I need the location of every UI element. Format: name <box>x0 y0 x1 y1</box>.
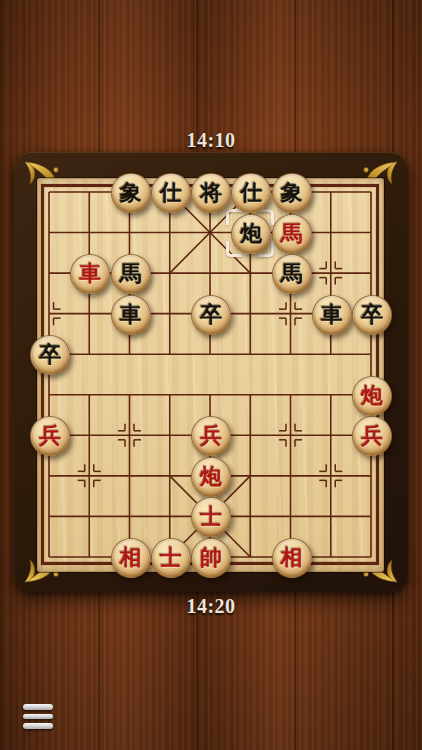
piece-red-cannon[interactable]: 炮 <box>352 376 392 416</box>
piece-red-soldier[interactable]: 兵 <box>352 416 392 456</box>
hamburger-icon <box>23 704 54 729</box>
piece-black-horse[interactable]: 馬 <box>272 254 312 294</box>
piece-black-cannon[interactable]: 炮 <box>231 214 271 254</box>
piece-black-soldier[interactable]: 卒 <box>191 295 231 335</box>
piece-black-advisor[interactable]: 仕 <box>231 173 271 213</box>
page-background: { "game": "xiangqi", "clocks": { "top": … <box>0 0 422 750</box>
piece-black-horse[interactable]: 馬 <box>111 254 151 294</box>
piece-red-horse[interactable]: 馬 <box>272 214 312 254</box>
board-surface[interactable]: 象仕将仕象炮馬車馬馬車卒車卒卒炮兵兵兵炮士相士帥相 <box>37 178 384 572</box>
piece-black-elephant[interactable]: 象 <box>272 173 312 213</box>
piece-black-chariot[interactable]: 車 <box>312 295 352 335</box>
piece-black-soldier[interactable]: 卒 <box>30 335 70 375</box>
board-frame: 象仕将仕象炮馬車馬馬車卒車卒卒炮兵兵兵炮士相士帥相 <box>14 152 408 592</box>
piece-black-general[interactable]: 将 <box>191 173 231 213</box>
piece-red-advisor[interactable]: 士 <box>151 538 191 578</box>
piece-black-advisor[interactable]: 仕 <box>151 173 191 213</box>
piece-red-elephant[interactable]: 相 <box>272 538 312 578</box>
piece-red-elephant[interactable]: 相 <box>111 538 151 578</box>
piece-red-general[interactable]: 帥 <box>191 538 231 578</box>
piece-black-elephant[interactable]: 象 <box>111 173 151 213</box>
piece-black-chariot[interactable]: 車 <box>111 295 151 335</box>
menu-button[interactable] <box>23 704 54 734</box>
black-clock: 14:10 <box>0 129 422 152</box>
piece-red-cannon[interactable]: 炮 <box>191 457 231 497</box>
red-clock: 14:20 <box>0 595 422 618</box>
piece-black-soldier[interactable]: 卒 <box>352 295 392 335</box>
